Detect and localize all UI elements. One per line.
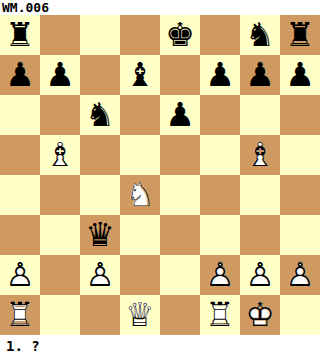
square-e3[interactable] — [160, 215, 200, 255]
square-b6[interactable] — [40, 95, 80, 135]
move-prompt-label: 1. ? — [0, 335, 320, 360]
white-pawn: ♟♙ — [245, 255, 275, 295]
black-bishop: ♝ — [125, 55, 155, 95]
piece-outline: ♙ — [85, 255, 115, 295]
black-pawn: ♟ — [285, 55, 315, 95]
white-queen: ♛♕ — [125, 295, 155, 335]
square-a7[interactable]: ♟ — [0, 55, 40, 95]
piece-outline: ♙ — [5, 255, 35, 295]
square-g1[interactable]: ♚♔ — [240, 295, 280, 335]
square-e7[interactable] — [160, 55, 200, 95]
square-g7[interactable]: ♟ — [240, 55, 280, 95]
square-c5[interactable] — [80, 135, 120, 175]
white-king: ♚♔ — [245, 295, 275, 335]
square-b7[interactable]: ♟ — [40, 55, 80, 95]
piece-outline: ♘ — [125, 175, 155, 215]
square-e6[interactable]: ♟ — [160, 95, 200, 135]
white-pawn: ♟♙ — [85, 255, 115, 295]
square-e4[interactable] — [160, 175, 200, 215]
puzzle-id-label: WM.006 — [0, 0, 320, 15]
square-a6[interactable] — [0, 95, 40, 135]
square-h4[interactable] — [280, 175, 320, 215]
square-e2[interactable] — [160, 255, 200, 295]
square-f8[interactable] — [200, 15, 240, 55]
black-pawn: ♟ — [205, 55, 235, 95]
square-f2[interactable]: ♟♙ — [200, 255, 240, 295]
square-d6[interactable] — [120, 95, 160, 135]
square-g4[interactable] — [240, 175, 280, 215]
piece-outline: ♖ — [5, 295, 35, 335]
piece-outline: ♙ — [285, 255, 315, 295]
piece-outline: ♕ — [125, 295, 155, 335]
white-rook: ♜♖ — [205, 295, 235, 335]
square-c6[interactable]: ♞ — [80, 95, 120, 135]
square-b1[interactable] — [40, 295, 80, 335]
square-a3[interactable] — [0, 215, 40, 255]
white-pawn: ♟♙ — [285, 255, 315, 295]
square-e1[interactable] — [160, 295, 200, 335]
piece-outline: ♙ — [245, 255, 275, 295]
white-bishop: ♝♗ — [245, 135, 275, 175]
square-b3[interactable] — [40, 215, 80, 255]
square-g6[interactable] — [240, 95, 280, 135]
square-h3[interactable] — [280, 215, 320, 255]
square-c1[interactable] — [80, 295, 120, 335]
white-rook: ♜♖ — [5, 295, 35, 335]
square-f7[interactable]: ♟ — [200, 55, 240, 95]
piece-outline: ♗ — [45, 135, 75, 175]
square-g5[interactable]: ♝♗ — [240, 135, 280, 175]
black-pawn: ♟ — [45, 55, 75, 95]
square-a2[interactable]: ♟♙ — [0, 255, 40, 295]
square-b4[interactable] — [40, 175, 80, 215]
chess-diagram-window: WM.006 ♜♚♞♜♟♟♝♟♟♟♞♟♝♗♝♗♞♘♛♟♙♟♙♟♙♟♙♟♙♜♖♛♕… — [0, 0, 320, 360]
square-h8[interactable]: ♜ — [280, 15, 320, 55]
black-queen: ♛ — [85, 215, 115, 255]
square-f1[interactable]: ♜♖ — [200, 295, 240, 335]
black-pawn: ♟ — [5, 55, 35, 95]
square-a5[interactable] — [0, 135, 40, 175]
white-pawn: ♟♙ — [5, 255, 35, 295]
square-f4[interactable] — [200, 175, 240, 215]
square-c7[interactable] — [80, 55, 120, 95]
square-g8[interactable]: ♞ — [240, 15, 280, 55]
piece-outline: ♖ — [205, 295, 235, 335]
white-pawn: ♟♙ — [205, 255, 235, 295]
black-pawn: ♟ — [245, 55, 275, 95]
white-bishop: ♝♗ — [45, 135, 75, 175]
square-g2[interactable]: ♟♙ — [240, 255, 280, 295]
piece-outline: ♙ — [205, 255, 235, 295]
white-knight: ♞♘ — [125, 175, 155, 215]
square-d1[interactable]: ♛♕ — [120, 295, 160, 335]
chess-board: ♜♚♞♜♟♟♝♟♟♟♞♟♝♗♝♗♞♘♛♟♙♟♙♟♙♟♙♟♙♜♖♛♕♜♖♚♔ — [0, 15, 320, 335]
square-b8[interactable] — [40, 15, 80, 55]
square-h6[interactable] — [280, 95, 320, 135]
square-d4[interactable]: ♞♘ — [120, 175, 160, 215]
black-rook: ♜ — [285, 15, 315, 55]
square-a8[interactable]: ♜ — [0, 15, 40, 55]
square-e5[interactable] — [160, 135, 200, 175]
square-c3[interactable]: ♛ — [80, 215, 120, 255]
square-h7[interactable]: ♟ — [280, 55, 320, 95]
square-f6[interactable] — [200, 95, 240, 135]
square-a1[interactable]: ♜♖ — [0, 295, 40, 335]
square-c2[interactable]: ♟♙ — [80, 255, 120, 295]
square-a4[interactable] — [0, 175, 40, 215]
black-king: ♚ — [165, 15, 195, 55]
piece-outline: ♔ — [245, 295, 275, 335]
square-d8[interactable] — [120, 15, 160, 55]
square-g3[interactable] — [240, 215, 280, 255]
black-pawn: ♟ — [165, 95, 195, 135]
black-knight: ♞ — [245, 15, 275, 55]
square-h2[interactable]: ♟♙ — [280, 255, 320, 295]
square-f5[interactable] — [200, 135, 240, 175]
square-f3[interactable] — [200, 215, 240, 255]
square-d3[interactable] — [120, 215, 160, 255]
piece-outline: ♗ — [245, 135, 275, 175]
square-c8[interactable] — [80, 15, 120, 55]
black-rook: ♜ — [5, 15, 35, 55]
square-h1[interactable] — [280, 295, 320, 335]
square-c4[interactable] — [80, 175, 120, 215]
square-h5[interactable] — [280, 135, 320, 175]
square-d2[interactable] — [120, 255, 160, 295]
square-e8[interactable]: ♚ — [160, 15, 200, 55]
square-b5[interactable]: ♝♗ — [40, 135, 80, 175]
square-d7[interactable]: ♝ — [120, 55, 160, 95]
square-b2[interactable] — [40, 255, 80, 295]
black-knight: ♞ — [85, 95, 115, 135]
square-d5[interactable] — [120, 135, 160, 175]
